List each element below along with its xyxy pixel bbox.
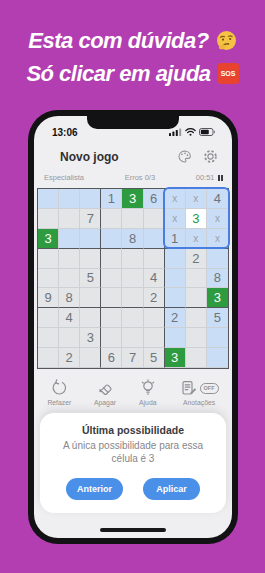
sudoku-cell-r1c8[interactable]: x	[186, 189, 207, 209]
sudoku-cell-r5c7[interactable]	[165, 269, 186, 289]
sudoku-cell-r2c5[interactable]	[122, 209, 143, 229]
sudoku-cell-r6c5[interactable]	[122, 288, 143, 308]
sudoku-cell-r5c2[interactable]	[59, 269, 80, 289]
sudoku-cell-r5c1[interactable]	[38, 269, 59, 289]
sudoku-cell-r9c7[interactable]: 3	[165, 348, 186, 368]
redo-icon	[50, 379, 68, 397]
sudoku-cell-r2c7[interactable]: x	[165, 209, 186, 229]
sudoku-cell-r7c9[interactable]: 5	[207, 308, 228, 328]
sudoku-cell-r4c7[interactable]	[165, 249, 186, 269]
sudoku-cell-r3c6[interactable]	[144, 229, 165, 249]
sudoku-cell-r3c9[interactable]: x	[207, 229, 228, 249]
sudoku-cell-r8c2[interactable]	[59, 328, 80, 348]
errors-label: Erros 0/3	[125, 173, 155, 182]
sudoku-cell-r1c9[interactable]: 4	[207, 189, 228, 209]
sudoku-cell-r6c1[interactable]: 9	[38, 288, 59, 308]
notes-icon	[180, 379, 198, 397]
tool-label: Ajuda	[139, 399, 156, 406]
info-bar: Especialista Erros 0/3 00:51	[34, 164, 232, 186]
sudoku-cell-r2c8[interactable]: 3	[186, 209, 207, 229]
app-title: Novo jogo	[60, 150, 177, 164]
sudoku-cell-r8c5[interactable]	[122, 328, 143, 348]
hint-sheet-title: Última possibilidade	[48, 424, 218, 436]
sudoku-cell-r5c5[interactable]	[122, 269, 143, 289]
anterior-button[interactable]: Anterior	[66, 478, 123, 500]
sudoku-cell-r6c2[interactable]: 8	[59, 288, 80, 308]
sudoku-cell-r3c4[interactable]	[101, 229, 122, 249]
app-header: Novo jogo	[34, 140, 232, 164]
sudoku-cell-r8c7[interactable]	[165, 328, 186, 348]
sudoku-cell-r4c4[interactable]	[101, 249, 122, 269]
sudoku-cell-r2c4[interactable]	[101, 209, 122, 229]
sudoku-cell-r4c2[interactable]	[59, 249, 80, 269]
sudoku-cell-r1c2[interactable]	[59, 189, 80, 209]
sudoku-cell-r4c9[interactable]	[207, 249, 228, 269]
erase-button[interactable]: Apagar	[94, 379, 116, 406]
hero-banner: Esta com dúvida? Só clicar em ajuda SOS	[0, 0, 265, 90]
sudoku-cell-r3c3[interactable]	[80, 229, 101, 249]
sudoku-cell-r5c8[interactable]	[186, 269, 207, 289]
sos-badge: SOS	[218, 63, 239, 84]
sudoku-cell-r2c3[interactable]: 7	[80, 209, 101, 229]
sudoku-cell-r3c2[interactable]	[59, 229, 80, 249]
sudoku-cell-r9c5[interactable]: 7	[122, 348, 143, 368]
hero-line-1: Esta com dúvida?	[28, 24, 208, 57]
sudoku-cell-r8c4[interactable]	[101, 328, 122, 348]
lightbulb-icon	[139, 379, 157, 397]
hint-sheet-body: A única possibilidade para essa célula é…	[48, 439, 218, 465]
sudoku-cell-r5c3[interactable]: 5	[80, 269, 101, 289]
sudoku-cell-r5c6[interactable]: 4	[144, 269, 165, 289]
sudoku-cell-r4c8[interactable]: 2	[186, 249, 207, 269]
notch	[87, 116, 179, 129]
sudoku-cell-r1c5[interactable]: 3	[122, 189, 143, 209]
sudoku-cell-r9c6[interactable]: 5	[144, 348, 165, 368]
sudoku-cell-r9c9[interactable]	[207, 348, 228, 368]
sudoku-cell-r7c1[interactable]	[38, 308, 59, 328]
sudoku-cell-r8c8[interactable]	[186, 328, 207, 348]
sudoku-cell-r8c3[interactable]: 3	[80, 328, 101, 348]
sudoku-cell-r9c8[interactable]	[186, 348, 207, 368]
sudoku-cell-r8c9[interactable]	[207, 328, 228, 348]
sudoku-cell-r6c3[interactable]	[80, 288, 101, 308]
hint-sheet: Última possibilidade A única possibilida…	[40, 413, 226, 513]
sudoku-cell-r2c1[interactable]	[38, 209, 59, 229]
sudoku-cell-r9c2[interactable]: 2	[59, 348, 80, 368]
sudoku-cell-r6c9[interactable]: 3	[207, 288, 228, 308]
sudoku-cell-r6c4[interactable]	[101, 288, 122, 308]
sudoku-cell-r9c1[interactable]	[38, 348, 59, 368]
sudoku-cell-r7c8[interactable]	[186, 308, 207, 328]
sudoku-cell-r7c5[interactable]	[122, 308, 143, 328]
sudoku-cell-r7c2[interactable]: 4	[59, 308, 80, 328]
sudoku-cell-r4c1[interactable]	[38, 249, 59, 269]
sudoku-cell-r3c8[interactable]: x	[186, 229, 207, 249]
sudoku-cell-r8c1[interactable]	[38, 328, 59, 348]
sudoku-cell-r7c4[interactable]	[101, 308, 122, 328]
hint-button[interactable]: Ajuda	[139, 379, 157, 406]
aplicar-button[interactable]: Aplicar	[143, 478, 200, 500]
toolbar: Refazer Apagar Ajuda	[34, 379, 232, 406]
tool-label: Apagar	[94, 399, 116, 406]
hero-line-2: Só clicar em ajuda	[26, 57, 210, 90]
sudoku-cell-r9c3[interactable]	[80, 348, 101, 368]
sudoku-cell-r2c6[interactable]	[144, 209, 165, 229]
tool-label: Refazer	[47, 399, 71, 406]
redo-button[interactable]: Refazer	[47, 379, 71, 406]
difficulty-label: Especialista	[44, 173, 84, 182]
sudoku-cell-r8c6[interactable]	[144, 328, 165, 348]
sudoku-cell-r3c7[interactable]: 1	[165, 229, 186, 249]
sudoku-cell-r5c4[interactable]	[101, 269, 122, 289]
sudoku-cell-r3c5[interactable]: 8	[122, 229, 143, 249]
sudoku-cell-r6c6[interactable]: 2	[144, 288, 165, 308]
sudoku-cell-r1c7[interactable]: x	[165, 189, 186, 209]
battery-icon	[199, 128, 216, 136]
home-indicator[interactable]	[100, 528, 166, 532]
notes-button[interactable]: OFF Anotações	[180, 379, 219, 406]
sudoku-cell-r2c9[interactable]: x	[207, 209, 228, 229]
sudoku-cell-r3c1[interactable]: 3	[38, 229, 59, 249]
sudoku-cell-r1c3[interactable]	[80, 189, 101, 209]
wifi-icon	[185, 128, 196, 136]
tool-label: Anotações	[183, 399, 215, 406]
sudoku-cell-r7c7[interactable]: 2	[165, 308, 186, 328]
timer-label: 00:51	[196, 173, 215, 182]
sudoku-cell-r2c2[interactable]	[59, 209, 80, 229]
sudoku-grid: 136xx47x3x381xx25489823425326753	[37, 188, 229, 369]
palette-icon[interactable]	[177, 149, 192, 164]
sudoku-cell-r6c8[interactable]	[186, 288, 207, 308]
sudoku-cell-r1c6[interactable]: 6	[144, 189, 165, 209]
sudoku-cell-r4c6[interactable]	[144, 249, 165, 269]
eraser-icon	[96, 379, 114, 397]
sudoku-cell-r1c4[interactable]: 1	[101, 189, 122, 209]
status-time: 13:06	[52, 127, 78, 138]
sudoku-cell-r5c9[interactable]: 8	[207, 269, 228, 289]
sudoku-cell-r7c6[interactable]	[144, 308, 165, 328]
sudoku-cell-r4c5[interactable]	[122, 249, 143, 269]
sudoku-cell-r1c1[interactable]	[38, 189, 59, 209]
phone-frame: 13:06	[28, 110, 238, 544]
notes-off-badge: OFF	[200, 383, 219, 394]
phone-screen: 13:06	[34, 116, 232, 538]
sudoku-cell-r9c4[interactable]: 6	[101, 348, 122, 368]
signal-icon	[169, 128, 182, 136]
pause-icon[interactable]	[218, 175, 224, 181]
sudoku-cell-r6c7[interactable]	[165, 288, 186, 308]
thinking-face-emoji-icon	[216, 30, 237, 51]
gear-icon[interactable]	[203, 149, 218, 164]
sudoku-cell-r4c3[interactable]	[80, 249, 101, 269]
sudoku-cell-r7c3[interactable]	[80, 308, 101, 328]
